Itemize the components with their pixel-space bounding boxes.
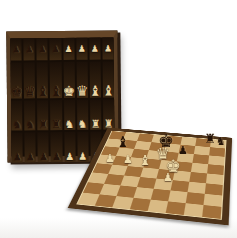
board-square <box>166 201 186 215</box>
cabinet-compartment: ♞ <box>64 100 75 131</box>
stored-dark-knight: ♞ <box>12 120 22 131</box>
cabinet-compartment: ♜ <box>37 100 48 131</box>
cabinet-compartment: ♚ <box>63 62 74 98</box>
stored-dark-bishop: ♝ <box>37 84 48 98</box>
cabinet-compartment: ♟ <box>77 132 88 162</box>
stored-dark-pawn: ♟ <box>26 152 35 162</box>
product-photo-chess-set: ♟♟♟♟♟♟♟♟♚♛♝♝♚♛♝♝♞♞♜♜♞♞♜♜♟♟♟♟♟♟♟♟ ♝♚♟♜♞♟♟… <box>0 0 237 238</box>
stored-dark-queen: ♛ <box>24 84 35 98</box>
cabinet-compartment: ♜ <box>50 100 61 131</box>
cabinet-compartment: ♚ <box>11 63 22 99</box>
stored-light-king: ♚ <box>63 84 74 98</box>
cabinet-compartment: ♟ <box>102 37 113 60</box>
cabinet-compartment: ♜ <box>103 99 114 130</box>
stored-light-pawn: ♟ <box>78 44 86 53</box>
board-square <box>184 203 204 217</box>
cabinet-compartment-grid: ♟♟♟♟♟♟♟♟♚♛♝♝♚♛♝♝♞♞♜♜♞♞♜♜♟♟♟♟♟♟♟♟ <box>10 37 114 156</box>
stored-light-knight: ♞ <box>77 119 87 130</box>
cabinet-compartment: ♞ <box>77 100 88 131</box>
stored-light-bishop: ♝ <box>103 83 114 97</box>
cabinet-compartment: ♟ <box>76 38 87 61</box>
stored-light-pawn: ♟ <box>78 152 87 162</box>
stored-dark-pawn: ♟ <box>12 45 20 54</box>
stored-light-pawn: ♟ <box>65 152 74 162</box>
dark-knight-h8: ♞ <box>216 136 226 147</box>
light-pawn-f3: ♟ <box>163 172 173 183</box>
board-square <box>202 205 221 219</box>
stored-dark-pawn: ♟ <box>13 152 22 162</box>
stored-light-pawn: ♟ <box>104 44 112 53</box>
stored-dark-king: ♚ <box>11 84 22 98</box>
stored-dark-rook: ♜ <box>38 120 48 131</box>
cabinet-compartment: ♟ <box>63 38 74 61</box>
light-pawn-c4: ♟ <box>123 154 133 165</box>
cabinet-compartment: ♝ <box>50 62 61 98</box>
light-pawn-a4: ♟ <box>105 153 115 164</box>
stored-light-knight: ♞ <box>64 119 74 130</box>
stored-light-bishop: ♝ <box>89 83 100 97</box>
cabinet-compartment: ♟ <box>24 38 35 61</box>
stored-light-rook: ♜ <box>91 119 101 130</box>
cabinet-compartment: ♝ <box>37 63 48 99</box>
stored-dark-pawn: ♟ <box>38 45 46 54</box>
cabinet-compartment: ♛ <box>76 62 87 98</box>
cabinet-compartment: ♞ <box>11 100 22 131</box>
stored-dark-pawn: ♟ <box>52 152 61 162</box>
stored-light-pawn: ♟ <box>64 45 72 54</box>
dark-rook-g8: ♜ <box>204 132 216 145</box>
cabinet-compartment: ♟ <box>89 38 100 61</box>
cabinet-compartment: ♟ <box>37 38 48 61</box>
cabinet-compartment: ♟ <box>10 38 21 61</box>
cabinet-compartment: ♛ <box>24 63 35 99</box>
cabinet-compartment: ♝ <box>89 62 100 98</box>
light-bishop-d4: ♝ <box>139 153 152 167</box>
stored-light-queen: ♛ <box>76 84 87 98</box>
cabinet-compartment: ♟ <box>11 133 22 163</box>
stored-dark-bishop: ♝ <box>50 84 61 98</box>
cabinet-compartment: ♝ <box>103 62 114 98</box>
stored-light-pawn: ♟ <box>91 44 99 53</box>
cabinet-compartment: ♟ <box>64 132 75 162</box>
cabinet-compartment: ♟ <box>50 38 61 61</box>
cabinet-compartment: ♟ <box>38 133 49 163</box>
stored-dark-pawn: ♟ <box>51 45 59 54</box>
cabinet-compartment: ♞ <box>24 100 35 131</box>
cabinet-compartment: ♟ <box>25 133 36 163</box>
stored-dark-knight: ♞ <box>25 120 35 131</box>
cabinet-compartment: ♟ <box>51 132 62 162</box>
stored-dark-pawn: ♟ <box>39 152 48 162</box>
dark-bishop-c8: ♝ <box>116 135 129 150</box>
stored-dark-pawn: ♟ <box>25 45 33 54</box>
dark-pawn-e6: ♟ <box>178 145 188 156</box>
stored-dark-rook: ♜ <box>51 119 61 130</box>
cabinet-compartment: ♜ <box>90 99 101 130</box>
